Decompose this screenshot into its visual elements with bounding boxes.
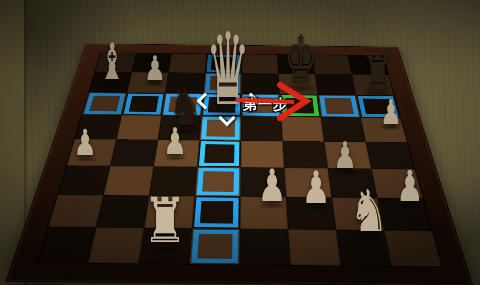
piece-black-rook[interactable]: ♜ [356,48,399,96]
piece-white-rook[interactable]: ♜ [137,190,193,252]
piece-white-pawn[interactable]: ♟ [296,165,336,210]
piece-white-pawn[interactable]: ♟ [391,165,430,208]
tutorial-step-label: 第一步 [243,96,288,114]
piece-white-knight[interactable]: ♞ [343,182,395,240]
piece-white-pawn[interactable]: ♟ [158,123,191,160]
piece-white-pawn[interactable]: ♟ [252,163,292,208]
piece-white-pawn[interactable]: ♟ [140,51,170,85]
piece-white-pawn[interactable]: ♟ [376,95,406,129]
chess-3d-scene: ♝♟♚♜♛♞♟♟♟♟♟♟♟♜♞ 第一步 [0,0,480,285]
piece-black-king[interactable]: ♚ [272,27,329,91]
piece-white-bishop[interactable]: ♝ [90,37,135,87]
piece-white-pawn[interactable]: ♟ [69,125,101,161]
pieces-layer: ♝♟♚♜♛♞♟♟♟♟♟♟♟♜♞ [0,0,480,285]
